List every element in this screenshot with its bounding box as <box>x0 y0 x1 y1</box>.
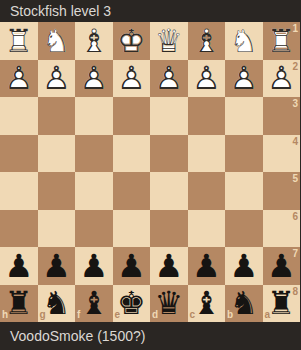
square-b5[interactable] <box>225 172 263 210</box>
square-a4[interactable]: 4 <box>263 135 301 173</box>
piece-wP-fill: ♟ <box>225 60 263 98</box>
coord-file-g: g <box>40 310 46 320</box>
piece-bN: ♞ <box>225 285 263 323</box>
square-b2[interactable]: ♟♙ <box>225 60 263 98</box>
piece-bB: ♝ <box>188 285 226 323</box>
square-c2[interactable]: ♟♙ <box>188 60 226 98</box>
square-g1[interactable]: ♞♘ <box>38 22 76 60</box>
piece-wP-fill: ♟ <box>0 60 38 98</box>
square-h2[interactable]: ♟♙ <box>0 60 38 98</box>
square-h7[interactable]: ♟ <box>0 247 38 285</box>
square-b6[interactable] <box>225 210 263 248</box>
coord-rank-8: 8 <box>292 287 298 297</box>
square-b3[interactable] <box>225 97 263 135</box>
coord-rank-3: 3 <box>292 99 298 109</box>
player-name: VoodoSmoke (1500?) <box>10 328 145 344</box>
piece-wN-fill: ♞ <box>38 22 76 60</box>
piece-bN: ♞ <box>38 285 76 323</box>
piece-wN: ♘ <box>225 22 263 60</box>
piece-bP: ♟ <box>75 247 113 285</box>
piece-wP-fill: ♟ <box>113 60 151 98</box>
coord-rank-1: 1 <box>292 24 298 34</box>
coord-file-c: c <box>190 310 196 320</box>
square-c3[interactable] <box>188 97 226 135</box>
coord-file-f: f <box>77 310 80 320</box>
piece-bP: ♟ <box>0 247 38 285</box>
square-d6[interactable] <box>150 210 188 248</box>
square-f1[interactable]: ♝♗ <box>75 22 113 60</box>
coord-file-h: h <box>2 310 8 320</box>
piece-bP: ♟ <box>150 247 188 285</box>
square-d8[interactable]: ♛d <box>150 285 188 323</box>
square-h4[interactable] <box>0 135 38 173</box>
piece-wB: ♗ <box>75 22 113 60</box>
square-b4[interactable] <box>225 135 263 173</box>
square-d2[interactable]: ♟♙ <box>150 60 188 98</box>
piece-wQ-fill: ♛ <box>150 22 188 60</box>
piece-wK: ♔ <box>113 22 151 60</box>
square-e1[interactable]: ♚♔ <box>113 22 151 60</box>
piece-wP-fill: ♟ <box>38 60 76 98</box>
square-d4[interactable] <box>150 135 188 173</box>
piece-wP: ♙ <box>263 60 301 98</box>
square-f5[interactable] <box>75 172 113 210</box>
coord-rank-4: 4 <box>292 137 298 147</box>
opponent-name: Stockfish level 3 <box>10 3 111 19</box>
square-e2[interactable]: ♟♙ <box>113 60 151 98</box>
square-d3[interactable] <box>150 97 188 135</box>
piece-wP: ♙ <box>113 60 151 98</box>
piece-wR: ♖ <box>263 22 301 60</box>
coord-rank-6: 6 <box>292 212 298 222</box>
square-h1[interactable]: ♜♖ <box>0 22 38 60</box>
piece-wP: ♙ <box>225 60 263 98</box>
square-e5[interactable] <box>113 172 151 210</box>
square-g6[interactable] <box>38 210 76 248</box>
piece-wR-fill: ♜ <box>263 22 301 60</box>
square-h5[interactable] <box>0 172 38 210</box>
coord-file-b: b <box>227 310 233 320</box>
piece-bR: ♜ <box>0 285 38 323</box>
piece-bB: ♝ <box>75 285 113 323</box>
square-g3[interactable] <box>38 97 76 135</box>
piece-wR: ♖ <box>0 22 38 60</box>
square-c4[interactable] <box>188 135 226 173</box>
square-e6[interactable] <box>113 210 151 248</box>
piece-bP: ♟ <box>263 247 301 285</box>
square-c1[interactable]: ♝♗ <box>188 22 226 60</box>
square-a8[interactable]: ♜8a <box>263 285 301 323</box>
piece-bP: ♟ <box>113 247 151 285</box>
square-a6[interactable]: 6 <box>263 210 301 248</box>
square-f2[interactable]: ♟♙ <box>75 60 113 98</box>
coord-rank-5: 5 <box>292 174 298 184</box>
piece-wP-fill: ♟ <box>188 60 226 98</box>
square-a7[interactable]: ♟7 <box>263 247 301 285</box>
square-g2[interactable]: ♟♙ <box>38 60 76 98</box>
square-e8[interactable]: ♚e <box>113 285 151 323</box>
piece-wN-fill: ♞ <box>225 22 263 60</box>
piece-wQ: ♕ <box>150 22 188 60</box>
piece-bP: ♟ <box>225 247 263 285</box>
square-d5[interactable] <box>150 172 188 210</box>
square-b8[interactable]: ♞b <box>225 285 263 323</box>
square-c5[interactable] <box>188 172 226 210</box>
piece-wP: ♙ <box>75 60 113 98</box>
piece-bK: ♚ <box>113 285 151 323</box>
square-e3[interactable] <box>113 97 151 135</box>
square-g4[interactable] <box>38 135 76 173</box>
piece-wP: ♙ <box>0 60 38 98</box>
square-a3[interactable]: 3 <box>263 97 301 135</box>
square-g7[interactable]: ♟ <box>38 247 76 285</box>
piece-bQ: ♛ <box>150 285 188 323</box>
square-f4[interactable] <box>75 135 113 173</box>
opponent-bar: Stockfish level 3 <box>0 0 300 22</box>
square-e4[interactable] <box>113 135 151 173</box>
piece-wP-fill: ♟ <box>150 60 188 98</box>
square-h6[interactable] <box>0 210 38 248</box>
piece-wN: ♘ <box>38 22 76 60</box>
piece-bP: ♟ <box>188 247 226 285</box>
piece-wK-fill: ♚ <box>113 22 151 60</box>
square-f3[interactable] <box>75 97 113 135</box>
coord-file-a: a <box>265 310 271 320</box>
piece-wP: ♙ <box>150 60 188 98</box>
square-d7[interactable]: ♟ <box>150 247 188 285</box>
piece-bR: ♜ <box>263 285 301 323</box>
coord-file-d: d <box>152 310 158 320</box>
player-bar: VoodoSmoke (1500?) <box>0 322 300 350</box>
piece-wP-fill: ♟ <box>75 60 113 98</box>
square-g5[interactable] <box>38 172 76 210</box>
chess-board: ♜♖♞♘♝♗♚♔♛♕♝♗♞♘♜♖1♟♙♟♙♟♙♟♙♟♙♟♙♟♙♟♙23456♟♟… <box>0 22 300 322</box>
piece-wR-fill: ♜ <box>0 22 38 60</box>
square-f8[interactable]: ♝f <box>75 285 113 323</box>
piece-wP: ♙ <box>188 60 226 98</box>
piece-wP-fill: ♟ <box>263 60 301 98</box>
square-g8[interactable]: ♞g <box>38 285 76 323</box>
square-d1[interactable]: ♛♕ <box>150 22 188 60</box>
square-c6[interactable] <box>188 210 226 248</box>
square-b7[interactable]: ♟ <box>225 247 263 285</box>
square-f7[interactable]: ♟ <box>75 247 113 285</box>
square-h3[interactable] <box>0 97 38 135</box>
square-b1[interactable]: ♞♘ <box>225 22 263 60</box>
square-e7[interactable]: ♟ <box>113 247 151 285</box>
square-c8[interactable]: ♝c <box>188 285 226 323</box>
square-a2[interactable]: ♟♙2 <box>263 60 301 98</box>
coord-file-e: e <box>115 310 121 320</box>
square-a5[interactable]: 5 <box>263 172 301 210</box>
piece-wB-fill: ♝ <box>75 22 113 60</box>
square-h8[interactable]: ♜h <box>0 285 38 323</box>
piece-wP: ♙ <box>38 60 76 98</box>
piece-wB: ♗ <box>188 22 226 60</box>
coord-rank-7: 7 <box>292 249 298 259</box>
coord-rank-2: 2 <box>292 62 298 72</box>
square-a1[interactable]: ♜♖1 <box>263 22 301 60</box>
square-c7[interactable]: ♟ <box>188 247 226 285</box>
piece-bP: ♟ <box>38 247 76 285</box>
piece-wB-fill: ♝ <box>188 22 226 60</box>
square-f6[interactable] <box>75 210 113 248</box>
